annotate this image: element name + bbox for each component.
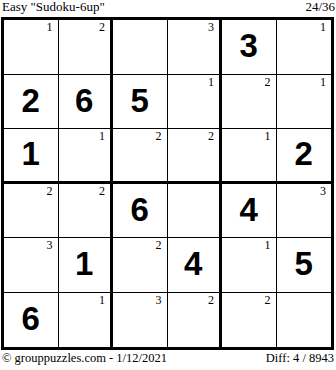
big-digit: 6 <box>131 193 149 226</box>
big-digit: 2 <box>295 137 313 170</box>
puzzle-title: Easy "Sudoku-6up" <box>2 0 105 14</box>
cell-r5c5[interactable]: 1 <box>222 238 277 293</box>
sudoku-board: 123312651211122122264331241561322 <box>1 17 334 350</box>
cell-r2c6[interactable]: 1 <box>277 75 332 130</box>
cell-r1c3[interactable] <box>113 20 168 75</box>
cell-r6c6[interactable] <box>277 293 332 348</box>
pencil-mark: 2 <box>99 20 105 34</box>
cell-r6c3[interactable]: 3 <box>113 293 168 348</box>
cell-r6c4[interactable]: 2 <box>168 293 223 348</box>
pencil-mark: 2 <box>265 293 271 307</box>
cell-r3c6[interactable]: 2 <box>277 129 332 184</box>
header: Easy "Sudoku-6up" 24/36 <box>2 0 335 16</box>
pencil-mark: 2 <box>208 129 214 143</box>
cell-r3c2[interactable]: 1 <box>59 129 114 184</box>
pencil-mark: 3 <box>208 20 214 34</box>
cell-r1c5[interactable]: 3 <box>222 20 277 75</box>
big-digit: 1 <box>22 137 40 170</box>
cell-r2c2[interactable]: 6 <box>59 75 114 130</box>
pencil-mark: 2 <box>208 293 214 307</box>
cell-r4c4[interactable] <box>168 184 223 239</box>
cell-r2c5[interactable]: 2 <box>222 75 277 130</box>
cell-r5c1[interactable]: 3 <box>4 238 59 293</box>
pencil-mark: 3 <box>320 184 326 198</box>
cell-r3c1[interactable]: 1 <box>4 129 59 184</box>
cell-r1c2[interactable]: 2 <box>59 20 114 75</box>
cell-r5c6[interactable]: 5 <box>277 238 332 293</box>
pencil-mark: 3 <box>47 238 53 252</box>
cell-r4c1[interactable]: 2 <box>4 184 59 239</box>
pencil-mark: 2 <box>265 75 271 89</box>
cell-r2c3[interactable]: 5 <box>113 75 168 130</box>
cell-r4c6[interactable]: 3 <box>277 184 332 239</box>
pencil-mark: 1 <box>320 75 326 89</box>
cell-r3c4[interactable]: 2 <box>168 129 223 184</box>
big-digit: 5 <box>295 247 313 280</box>
pencil-mark: 1 <box>320 20 326 34</box>
footer: © grouppuzzles.com - 1/12/2021 Diff: 4 /… <box>2 351 334 365</box>
big-digit: 6 <box>75 84 93 117</box>
cell-r1c1[interactable]: 1 <box>4 20 59 75</box>
cell-r2c1[interactable]: 2 <box>4 75 59 130</box>
cell-r6c5[interactable]: 2 <box>222 293 277 348</box>
big-digit: 2 <box>22 84 40 117</box>
pencil-mark: 3 <box>156 293 162 307</box>
pencil-mark: 1 <box>265 238 271 252</box>
cell-r5c4[interactable]: 4 <box>168 238 223 293</box>
cell-r5c3[interactable]: 2 <box>113 238 168 293</box>
big-digit: 4 <box>184 247 202 280</box>
pencil-mark: 2 <box>47 184 53 198</box>
pencil-mark: 1 <box>99 129 105 143</box>
big-digit: 5 <box>131 84 149 117</box>
pencil-mark: 2 <box>156 129 162 143</box>
big-digit: 1 <box>75 247 93 280</box>
cell-r4c3[interactable]: 6 <box>113 184 168 239</box>
pencil-mark: 2 <box>156 238 162 252</box>
big-digit: 3 <box>240 29 258 62</box>
cell-r3c5[interactable]: 1 <box>222 129 277 184</box>
cell-r1c6[interactable]: 1 <box>277 20 332 75</box>
cell-r4c5[interactable]: 4 <box>222 184 277 239</box>
difficulty-text: Diff: 4 / 8943 <box>266 351 334 365</box>
big-digit: 6 <box>22 302 40 335</box>
copyright-text: © grouppuzzles.com - 1/12/2021 <box>2 351 167 365</box>
cell-r6c2[interactable]: 1 <box>59 293 114 348</box>
cell-r2c4[interactable]: 1 <box>168 75 223 130</box>
big-digit: 4 <box>240 193 258 226</box>
puzzle-page: Easy "Sudoku-6up" 24/36 1233126512111221… <box>0 0 336 370</box>
cell-r1c4[interactable]: 3 <box>168 20 223 75</box>
cell-r4c2[interactable]: 2 <box>59 184 114 239</box>
pencil-mark: 1 <box>265 129 271 143</box>
pencil-mark: 1 <box>208 75 214 89</box>
cell-r3c3[interactable]: 2 <box>113 129 168 184</box>
cell-r5c2[interactable]: 1 <box>59 238 114 293</box>
pencil-mark: 1 <box>47 20 53 34</box>
puzzle-counter: 24/36 <box>305 0 335 14</box>
pencil-mark: 2 <box>99 184 105 198</box>
pencil-mark: 1 <box>99 293 105 307</box>
cell-r6c1[interactable]: 6 <box>4 293 59 348</box>
